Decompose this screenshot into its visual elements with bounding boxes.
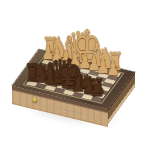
black-rook[interactable]: ♜ [89, 76, 104, 100]
chess-set-photo: ♜♞♝♛♚♝♞♜♟♟♟♟♟♟♟♟♟♟♟♟♟♟♟♟♜♞♝♛♚♝♞♜ [0, 0, 150, 150]
pieces-layer: ♜♞♝♛♚♝♞♜♟♟♟♟♟♟♟♟♟♟♟♟♟♟♟♟♜♞♝♛♚♝♞♜ [0, 0, 150, 150]
white-pawn[interactable]: ♟ [106, 58, 119, 78]
